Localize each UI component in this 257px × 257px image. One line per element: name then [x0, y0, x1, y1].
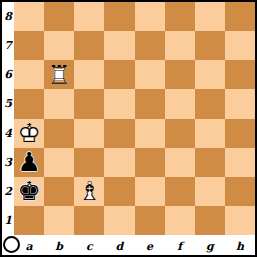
square-e2[interactable]	[135, 177, 165, 206]
square-f3[interactable]	[165, 148, 195, 177]
square-f7[interactable]	[165, 31, 195, 60]
chess-board: ♜♖♚♔♟♟♚♚♝♗	[14, 2, 255, 235]
square-e1[interactable]	[135, 206, 165, 235]
square-d4[interactable]	[104, 119, 134, 148]
piece-glyph: ♖	[44, 60, 74, 89]
square-c3[interactable]	[74, 148, 104, 177]
square-g2[interactable]	[195, 177, 225, 206]
square-b2[interactable]	[44, 177, 74, 206]
square-h1[interactable]	[225, 206, 255, 235]
rank-label-3: 3	[2, 148, 14, 177]
rank-labels: 87654321	[2, 2, 14, 235]
square-c7[interactable]	[74, 31, 104, 60]
piece-glyph: ♚	[14, 177, 44, 206]
square-e7[interactable]	[135, 31, 165, 60]
square-a1[interactable]	[14, 206, 44, 235]
square-b5[interactable]	[44, 89, 74, 118]
file-label-g: g	[195, 237, 225, 255]
rank-label-8: 8	[2, 2, 14, 31]
square-b1[interactable]	[44, 206, 74, 235]
rank-label-7: 7	[2, 31, 14, 60]
rank-label-1: 1	[2, 206, 14, 235]
square-c8[interactable]	[74, 2, 104, 31]
square-g3[interactable]	[195, 148, 225, 177]
square-c1[interactable]	[74, 206, 104, 235]
square-h4[interactable]	[225, 119, 255, 148]
rank-label-2: 2	[2, 177, 14, 206]
file-label-h: h	[225, 237, 255, 255]
square-d5[interactable]	[104, 89, 134, 118]
white-bishop[interactable]: ♝♗	[74, 177, 104, 206]
square-f2[interactable]	[165, 177, 195, 206]
square-g8[interactable]	[195, 2, 225, 31]
rank-label-5: 5	[2, 89, 14, 118]
square-a3[interactable]: ♟♟	[14, 148, 44, 177]
square-h7[interactable]	[225, 31, 255, 60]
square-h3[interactable]	[225, 148, 255, 177]
white-to-move-indicator	[3, 236, 20, 253]
square-h8[interactable]	[225, 2, 255, 31]
piece-glyph: ♗	[74, 177, 104, 206]
square-e4[interactable]	[135, 119, 165, 148]
white-rook[interactable]: ♜♖	[44, 60, 74, 89]
square-f6[interactable]	[165, 60, 195, 89]
black-king[interactable]: ♚♚	[14, 177, 44, 206]
square-g6[interactable]	[195, 60, 225, 89]
rank-label-4: 4	[2, 119, 14, 148]
square-a2[interactable]: ♚♚	[14, 177, 44, 206]
square-a6[interactable]	[14, 60, 44, 89]
square-c5[interactable]	[74, 89, 104, 118]
square-d1[interactable]	[104, 206, 134, 235]
square-b7[interactable]	[44, 31, 74, 60]
square-f8[interactable]	[165, 2, 195, 31]
square-a4[interactable]: ♚♔	[14, 119, 44, 148]
square-h6[interactable]	[225, 60, 255, 89]
file-label-e: e	[135, 237, 165, 255]
square-h2[interactable]	[225, 177, 255, 206]
file-label-d: d	[104, 237, 134, 255]
square-e8[interactable]	[135, 2, 165, 31]
rank-label-6: 6	[2, 60, 14, 89]
square-f1[interactable]	[165, 206, 195, 235]
square-a5[interactable]	[14, 89, 44, 118]
square-b3[interactable]	[44, 148, 74, 177]
square-f5[interactable]	[165, 89, 195, 118]
square-d3[interactable]	[104, 148, 134, 177]
chess-diagram: 87654321 ♜♖♚♔♟♟♚♚♝♗ abcdefgh	[0, 0, 257, 257]
square-e5[interactable]	[135, 89, 165, 118]
file-label-c: c	[74, 237, 104, 255]
square-e3[interactable]	[135, 148, 165, 177]
square-e6[interactable]	[135, 60, 165, 89]
white-king[interactable]: ♚♔	[14, 119, 44, 148]
square-d2[interactable]	[104, 177, 134, 206]
file-label-b: b	[44, 237, 74, 255]
piece-glyph: ♔	[14, 119, 44, 148]
piece-glyph: ♟	[14, 148, 44, 177]
square-b6[interactable]: ♜♖	[44, 60, 74, 89]
square-c4[interactable]	[74, 119, 104, 148]
square-d7[interactable]	[104, 31, 134, 60]
square-d6[interactable]	[104, 60, 134, 89]
square-f4[interactable]	[165, 119, 195, 148]
square-a7[interactable]	[14, 31, 44, 60]
square-b8[interactable]	[44, 2, 74, 31]
square-h5[interactable]	[225, 89, 255, 118]
file-label-f: f	[165, 237, 195, 255]
square-g4[interactable]	[195, 119, 225, 148]
square-b4[interactable]	[44, 119, 74, 148]
black-pawn[interactable]: ♟♟	[14, 148, 44, 177]
square-d8[interactable]	[104, 2, 134, 31]
square-g1[interactable]	[195, 206, 225, 235]
square-c6[interactable]	[74, 60, 104, 89]
square-c2[interactable]: ♝♗	[74, 177, 104, 206]
square-g5[interactable]	[195, 89, 225, 118]
square-a8[interactable]	[14, 2, 44, 31]
square-g7[interactable]	[195, 31, 225, 60]
file-labels: abcdefgh	[14, 237, 255, 255]
